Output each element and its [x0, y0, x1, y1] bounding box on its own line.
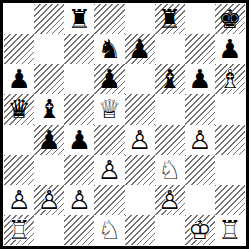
square-a3[interactable]	[4, 155, 34, 185]
square-c2[interactable]: ♟♙	[64, 185, 94, 215]
square-d4[interactable]	[94, 125, 124, 155]
square-b8[interactable]	[34, 4, 64, 34]
square-e3[interactable]	[125, 155, 155, 185]
white-pawn-piece: ♙	[125, 125, 155, 155]
square-d5[interactable]: ♛♕	[94, 94, 124, 124]
black-pawn-piece: ♟	[215, 34, 245, 64]
square-f1[interactable]	[155, 215, 185, 245]
chess-diagram-frame: ♜♜♚♞♟♟♟♟♝♟♝♗♛♝♛♕♟♟♟♙♟♙♟♙♞♘♟♙♟♙♟♙♟♙♜♖♞♘♚♔…	[0, 0, 249, 249]
black-bishop-piece: ♝	[155, 64, 185, 94]
white-bishop-piece: ♗	[215, 64, 245, 94]
square-c3[interactable]	[64, 155, 94, 185]
square-d7[interactable]: ♞	[94, 34, 124, 64]
chessboard: ♜♜♚♞♟♟♟♟♝♟♝♗♛♝♛♕♟♟♟♙♟♙♟♙♞♘♟♙♟♙♟♙♟♙♜♖♞♘♚♔…	[4, 4, 245, 245]
square-g8[interactable]	[185, 4, 215, 34]
square-e1[interactable]	[125, 215, 155, 245]
square-b3[interactable]	[34, 155, 64, 185]
white-knight-piece: ♘	[94, 215, 124, 245]
square-b7[interactable]	[34, 34, 64, 64]
black-king-piece: ♚	[215, 4, 245, 34]
square-a2[interactable]: ♟♙	[4, 185, 34, 215]
square-e5[interactable]	[125, 94, 155, 124]
square-f6[interactable]: ♝	[155, 64, 185, 94]
white-knight-piece: ♘	[155, 155, 185, 185]
square-b6[interactable]	[34, 64, 64, 94]
square-e7[interactable]: ♟	[125, 34, 155, 64]
black-pawn-piece: ♟	[64, 125, 94, 155]
black-pawn-piece: ♟	[34, 125, 64, 155]
black-pawn-piece: ♟	[94, 64, 124, 94]
white-pawn-piece: ♙	[64, 185, 94, 215]
white-pawn-piece: ♙	[4, 185, 34, 215]
square-d8[interactable]	[94, 4, 124, 34]
square-e4[interactable]: ♟♙	[125, 125, 155, 155]
square-d1[interactable]: ♞♘	[94, 215, 124, 245]
square-g7[interactable]	[185, 34, 215, 64]
black-pawn-piece: ♟	[185, 64, 215, 94]
square-c1[interactable]	[64, 215, 94, 245]
square-e6[interactable]	[125, 64, 155, 94]
square-a1[interactable]: ♜♖	[4, 215, 34, 245]
square-a5[interactable]: ♛	[4, 94, 34, 124]
square-f7[interactable]	[155, 34, 185, 64]
black-pawn-piece: ♟	[4, 64, 34, 94]
square-g5[interactable]	[185, 94, 215, 124]
square-h1[interactable]: ♜♖	[215, 215, 245, 245]
black-pawn-piece: ♟	[125, 34, 155, 64]
square-g6[interactable]: ♟	[185, 64, 215, 94]
square-g2[interactable]	[185, 185, 215, 215]
square-c5[interactable]	[64, 94, 94, 124]
square-f8[interactable]: ♜	[155, 4, 185, 34]
white-pawn-piece: ♙	[155, 185, 185, 215]
square-h6[interactable]: ♝♗	[215, 64, 245, 94]
white-pawn-piece: ♙	[34, 185, 64, 215]
square-a4[interactable]	[4, 125, 34, 155]
white-pawn-piece: ♙	[94, 155, 124, 185]
square-c8[interactable]: ♜	[64, 4, 94, 34]
square-h4[interactable]	[215, 125, 245, 155]
square-b4[interactable]: ♟	[34, 125, 64, 155]
square-f3[interactable]: ♞♘	[155, 155, 185, 185]
square-h5[interactable]	[215, 94, 245, 124]
square-b5[interactable]: ♝	[34, 94, 64, 124]
square-c4[interactable]: ♟	[64, 125, 94, 155]
square-h3[interactable]	[215, 155, 245, 185]
square-b1[interactable]	[34, 215, 64, 245]
square-d6[interactable]: ♟	[94, 64, 124, 94]
square-c6[interactable]	[64, 64, 94, 94]
square-f2[interactable]: ♟♙	[155, 185, 185, 215]
square-f4[interactable]	[155, 125, 185, 155]
square-d2[interactable]	[94, 185, 124, 215]
black-rook-piece: ♜	[155, 4, 185, 34]
black-bishop-piece: ♝	[34, 94, 64, 124]
square-g3[interactable]	[185, 155, 215, 185]
square-e2[interactable]	[125, 185, 155, 215]
square-h7[interactable]: ♟	[215, 34, 245, 64]
square-h2[interactable]	[215, 185, 245, 215]
white-pawn-piece: ♙	[185, 125, 215, 155]
square-h8[interactable]: ♚	[215, 4, 245, 34]
square-f5[interactable]	[155, 94, 185, 124]
square-d3[interactable]: ♟♙	[94, 155, 124, 185]
square-c7[interactable]	[64, 34, 94, 64]
square-a8[interactable]	[4, 4, 34, 34]
white-queen-piece: ♕	[94, 94, 124, 124]
black-rook-piece: ♜	[64, 4, 94, 34]
square-e8[interactable]	[125, 4, 155, 34]
square-a6[interactable]: ♟	[4, 64, 34, 94]
square-g1[interactable]: ♚♔	[185, 215, 215, 245]
square-g4[interactable]: ♟♙	[185, 125, 215, 155]
black-queen-piece: ♛	[4, 94, 34, 124]
black-knight-piece: ♞	[94, 34, 124, 64]
square-b2[interactable]: ♟♙	[34, 185, 64, 215]
white-king-piece: ♔	[185, 215, 215, 245]
white-rook-piece: ♖	[4, 215, 34, 245]
square-a7[interactable]	[4, 34, 34, 64]
white-rook-piece: ♖	[215, 215, 245, 245]
